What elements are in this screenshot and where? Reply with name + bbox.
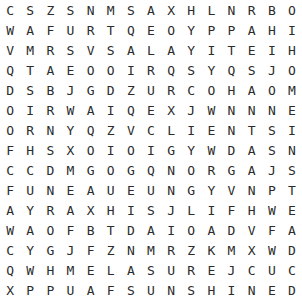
grid-cell[interactable]: D [121,220,141,240]
grid-cell[interactable]: T [282,180,302,200]
grid-cell[interactable]: B [40,80,60,100]
grid-cell[interactable]: N [121,240,141,260]
grid-cell[interactable]: A [161,40,181,60]
grid-cell[interactable]: T [101,20,121,40]
grid-cell[interactable]: J [60,240,80,260]
grid-cell[interactable]: O [101,160,121,180]
grid-cell[interactable]: A [242,140,262,160]
grid-cell[interactable]: C [282,260,302,280]
grid-cell[interactable]: I [121,60,141,80]
grid-cell[interactable]: A [201,220,221,240]
grid-cell[interactable]: O [81,140,101,160]
grid-cell[interactable]: L [181,200,201,220]
grid-cell[interactable]: I [101,140,121,160]
grid-cell[interactable]: J [181,100,201,120]
grid-cell[interactable]: W [20,260,40,280]
grid-cell[interactable]: Q [141,160,161,180]
grid-cell[interactable]: I [20,100,40,120]
grid-cell[interactable]: F [0,180,20,200]
grid-cell[interactable]: G [181,180,201,200]
grid-cell[interactable]: Y [20,240,40,260]
grid-cell[interactable]: N [40,180,60,200]
grid-cell[interactable]: T [20,60,40,80]
grid-cell[interactable]: S [121,0,141,20]
grid-cell[interactable]: E [201,260,221,280]
grid-cell[interactable]: N [242,100,262,120]
grid-cell[interactable]: U [20,180,40,200]
grid-cell[interactable]: P [40,280,60,300]
grid-cell[interactable]: F [0,140,20,160]
grid-cell[interactable]: G [40,240,60,260]
grid-cell[interactable]: U [141,180,161,200]
word-search-grid: CSZSNMSAXHLNRBOWAFURTQEOYPPAHIVMRSVSALAY… [0,0,302,300]
grid-cell[interactable]: U [141,80,161,100]
grid-cell[interactable]: I [201,40,221,60]
grid-cell[interactable]: D [101,80,121,100]
grid-cell[interactable]: L [141,40,161,60]
grid-cell[interactable]: M [101,0,121,20]
grid-cell[interactable]: Z [40,0,60,20]
grid-cell[interactable]: P [221,20,241,40]
grid-cell[interactable]: F [60,220,80,240]
grid-cell[interactable]: M [60,160,80,180]
grid-cell[interactable]: Q [121,20,141,40]
grid-cell[interactable]: X [161,0,181,20]
grid-cell[interactable]: G [81,80,101,100]
grid-cell[interactable]: R [242,0,262,20]
grid-cell[interactable]: Y [201,60,221,80]
grid-cell[interactable]: O [0,120,20,140]
grid-cell[interactable]: E [141,20,161,40]
grid-cell[interactable]: A [141,0,161,20]
grid-cell[interactable]: M [60,260,80,280]
grid-cell[interactable]: Q [121,100,141,120]
grid-cell[interactable]: Y [181,20,201,40]
grid-cell[interactable]: F [40,20,60,40]
grid-cell[interactable]: S [262,120,282,140]
grid-cell[interactable]: S [242,60,262,80]
grid-cell[interactable]: I [282,120,302,140]
grid-cell[interactable]: M [282,80,302,100]
grid-cell[interactable]: N [221,120,241,140]
grid-cell[interactable]: O [181,160,201,180]
grid-cell[interactable]: R [81,20,101,40]
grid-cell[interactable]: N [161,160,181,180]
grid-cell[interactable]: N [282,140,302,160]
grid-cell[interactable]: N [221,100,241,120]
grid-cell[interactable]: G [221,160,241,180]
grid-cell[interactable]: C [0,160,20,180]
grid-cell[interactable]: A [60,200,80,220]
grid-cell[interactable]: S [60,40,80,60]
grid-cell[interactable]: I [121,200,141,220]
grid-cell[interactable]: E [121,180,141,200]
grid-cell[interactable]: Q [0,260,20,280]
grid-cell[interactable]: S [121,280,141,300]
grid-cell[interactable]: R [40,40,60,60]
grid-cell[interactable]: R [20,120,40,140]
grid-cell[interactable]: N [262,100,282,120]
grid-cell[interactable]: R [40,100,60,120]
grid-cell[interactable]: D [221,140,241,160]
grid-cell[interactable]: D [40,160,60,180]
grid-cell[interactable]: W [0,220,20,240]
grid-cell[interactable]: I [161,220,181,240]
grid-cell[interactable]: H [20,140,40,160]
grid-cell[interactable]: D [221,220,241,240]
grid-cell[interactable]: A [121,40,141,60]
grid-cell[interactable]: Y [60,120,80,140]
grid-cell[interactable]: A [282,220,302,240]
grid-cell[interactable]: J [161,200,181,220]
grid-cell[interactable]: Z [101,240,121,260]
grid-cell[interactable]: G [121,160,141,180]
grid-cell[interactable]: E [282,200,302,220]
grid-cell[interactable]: W [262,200,282,220]
grid-cell[interactable]: V [221,180,241,200]
grid-cell[interactable]: F [81,240,101,260]
grid-cell[interactable]: C [0,240,20,260]
grid-cell[interactable]: F [262,220,282,240]
grid-cell[interactable]: S [60,0,80,20]
grid-cell[interactable]: R [181,260,201,280]
grid-cell[interactable]: D [282,240,302,260]
grid-cell[interactable]: U [60,280,80,300]
grid-cell[interactable]: O [81,60,101,80]
grid-cell[interactable]: E [81,260,101,280]
grid-cell[interactable]: I [141,140,161,160]
grid-cell[interactable]: G [81,160,101,180]
grid-cell[interactable]: H [101,200,121,220]
grid-cell[interactable]: I [262,40,282,60]
grid-cell[interactable]: P [201,20,221,40]
grid-cell[interactable]: U [101,180,121,200]
grid-cell[interactable]: Q [161,60,181,80]
grid-cell[interactable]: E [60,60,80,80]
grid-cell[interactable]: A [81,280,101,300]
grid-cell[interactable]: I [282,20,302,40]
grid-cell[interactable]: I [201,200,221,220]
grid-cell[interactable]: R [161,240,181,260]
grid-cell[interactable]: A [121,260,141,280]
grid-cell[interactable]: F [221,200,241,220]
grid-cell[interactable]: X [242,240,262,260]
grid-cell[interactable]: I [101,100,121,120]
grid-cell[interactable]: B [81,220,101,240]
grid-cell[interactable]: X [161,100,181,120]
grid-cell[interactable]: A [81,180,101,200]
grid-cell[interactable]: O [40,220,60,240]
grid-cell[interactable]: N [161,280,181,300]
grid-cell[interactable]: S [181,60,201,80]
grid-cell[interactable]: S [101,40,121,60]
grid-cell[interactable]: G [161,140,181,160]
grid-cell[interactable]: L [201,0,221,20]
grid-cell[interactable]: O [161,20,181,40]
grid-cell[interactable]: C [0,0,20,20]
grid-cell[interactable]: Z [181,240,201,260]
grid-cell[interactable]: M [141,240,161,260]
grid-cell[interactable]: Y [181,140,201,160]
grid-cell[interactable]: A [242,80,262,100]
grid-cell[interactable]: I [221,280,241,300]
grid-cell[interactable]: W [201,100,221,120]
grid-cell[interactable]: N [81,0,101,20]
grid-cell[interactable]: O [262,80,282,100]
grid-cell[interactable]: R [161,80,181,100]
grid-cell[interactable]: N [161,180,181,200]
grid-cell[interactable]: S [20,0,40,20]
grid-cell[interactable]: D [0,80,20,100]
grid-cell[interactable]: X [60,140,80,160]
grid-cell[interactable]: S [141,200,161,220]
grid-cell[interactable]: E [60,180,80,200]
grid-cell[interactable]: Q [81,120,101,140]
grid-cell[interactable]: U [161,260,181,280]
grid-cell[interactable]: Y [201,180,221,200]
grid-cell[interactable]: E [201,120,221,140]
grid-cell[interactable]: N [242,280,262,300]
grid-cell[interactable]: P [262,180,282,200]
grid-cell[interactable]: C [181,80,201,100]
grid-cell[interactable]: C [141,120,161,140]
grid-cell[interactable]: V [242,220,262,240]
grid-cell[interactable]: H [262,20,282,40]
grid-cell[interactable]: R [40,200,60,220]
grid-cell[interactable]: W [0,20,20,40]
grid-cell[interactable]: E [262,280,282,300]
grid-cell[interactable]: A [40,60,60,80]
grid-cell[interactable]: O [121,140,141,160]
grid-cell[interactable]: S [20,80,40,100]
grid-cell[interactable]: C [20,160,40,180]
grid-cell[interactable]: N [40,120,60,140]
grid-cell[interactable]: X [0,280,20,300]
grid-cell[interactable]: A [141,220,161,240]
grid-cell[interactable]: N [221,0,241,20]
grid-cell[interactable]: U [60,20,80,40]
grid-cell[interactable]: L [161,120,181,140]
grid-cell[interactable]: H [40,260,60,280]
grid-cell[interactable]: O [201,80,221,100]
grid-cell[interactable]: H [242,200,262,220]
grid-cell[interactable]: V [81,40,101,60]
grid-cell[interactable]: W [60,100,80,120]
grid-cell[interactable]: J [60,80,80,100]
grid-cell[interactable]: H [181,0,201,20]
grid-cell[interactable]: M [20,40,40,60]
grid-cell[interactable]: J [262,60,282,80]
grid-cell[interactable]: D [282,280,302,300]
grid-cell[interactable]: T [242,120,262,140]
grid-cell[interactable]: S [181,280,201,300]
grid-cell[interactable]: O [282,0,302,20]
grid-cell[interactable]: T [221,40,241,60]
grid-cell[interactable]: A [81,100,101,120]
grid-cell[interactable]: A [0,200,20,220]
grid-cell[interactable]: A [242,160,262,180]
grid-cell[interactable]: K [201,240,221,260]
grid-cell[interactable]: A [242,20,262,40]
grid-cell[interactable]: W [262,240,282,260]
grid-cell[interactable]: O [101,60,121,80]
grid-cell[interactable]: L [101,260,121,280]
grid-cell[interactable]: J [262,160,282,180]
grid-cell[interactable]: R [201,160,221,180]
grid-cell[interactable]: H [201,280,221,300]
grid-cell[interactable]: C [242,260,262,280]
grid-cell[interactable]: B [262,0,282,20]
grid-cell[interactable]: P [20,280,40,300]
grid-cell[interactable]: T [101,220,121,240]
grid-cell[interactable]: I [181,120,201,140]
grid-cell[interactable]: X [81,200,101,220]
grid-cell[interactable]: F [101,280,121,300]
grid-cell[interactable]: E [282,100,302,120]
grid-cell[interactable]: S [262,140,282,160]
grid-cell[interactable]: H [221,80,241,100]
grid-cell[interactable]: V [0,40,20,60]
grid-cell[interactable]: Q [0,60,20,80]
grid-cell[interactable]: R [141,60,161,80]
grid-cell[interactable]: A [20,220,40,240]
grid-cell[interactable]: Y [181,40,201,60]
grid-cell[interactable]: M [221,240,241,260]
grid-cell[interactable]: S [40,140,60,160]
grid-cell[interactable]: O [0,100,20,120]
grid-cell[interactable]: O [282,60,302,80]
grid-cell[interactable]: V [121,120,141,140]
grid-cell[interactable]: Z [101,120,121,140]
grid-cell[interactable]: Q [221,60,241,80]
grid-cell[interactable]: J [221,260,241,280]
grid-cell[interactable]: U [262,260,282,280]
grid-cell[interactable]: A [20,20,40,40]
grid-cell[interactable]: S [282,160,302,180]
grid-cell[interactable]: E [141,100,161,120]
grid-cell[interactable]: H [282,40,302,60]
grid-cell[interactable]: E [242,40,262,60]
grid-cell[interactable]: W [201,140,221,160]
grid-cell[interactable]: N [242,180,262,200]
grid-cell[interactable]: Z [121,80,141,100]
grid-cell[interactable]: Y [20,200,40,220]
grid-cell[interactable]: U [141,280,161,300]
grid-cell[interactable]: O [181,220,201,240]
grid-cell[interactable]: S [141,260,161,280]
